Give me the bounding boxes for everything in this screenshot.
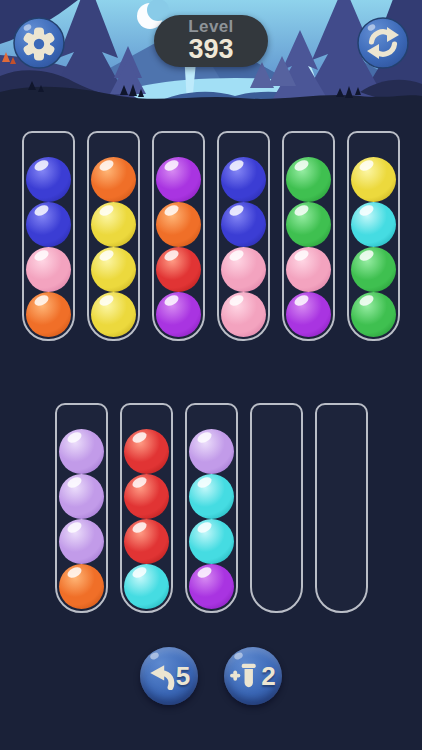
ball-blue (26, 157, 71, 202)
ball-yellow (351, 157, 396, 202)
ball-purple (189, 564, 234, 609)
tube-3[interactable] (152, 131, 205, 341)
ball-red (124, 519, 169, 564)
ball-lavender (59, 519, 104, 564)
ball-lavender (189, 429, 234, 474)
ball-pink (26, 247, 71, 292)
ball-red (124, 429, 169, 474)
ball-red (124, 474, 169, 519)
ball-blue (26, 202, 71, 247)
level-label: Level (188, 18, 233, 35)
ball-cyan (124, 564, 169, 609)
tube-row-bottom (0, 403, 422, 613)
ball-cyan (189, 474, 234, 519)
ball-orange (26, 292, 71, 337)
ball-purple (156, 157, 201, 202)
ball-pink (221, 247, 266, 292)
ball-lavender (59, 474, 104, 519)
ball-purple (156, 292, 201, 337)
ball-green (286, 157, 331, 202)
undo-count: 5 (176, 663, 190, 689)
ball-pink (221, 292, 266, 337)
add-tube-icon (230, 662, 260, 690)
ball-orange (156, 202, 201, 247)
restart-icon (357, 17, 409, 69)
add-tube-count: 2 (261, 663, 275, 689)
level-number: 393 (188, 35, 233, 63)
ball-yellow (91, 247, 136, 292)
ball-purple (286, 292, 331, 337)
tube-5[interactable] (282, 131, 335, 341)
tube-row-top (0, 131, 422, 341)
tube-10[interactable] (250, 403, 303, 613)
game-screen: Level 393 (0, 0, 422, 750)
ball-orange (59, 564, 104, 609)
ball-green (351, 292, 396, 337)
undo-arrow-icon (148, 663, 175, 690)
ball-blue (221, 157, 266, 202)
ball-lavender (59, 429, 104, 474)
ball-pink (286, 247, 331, 292)
ball-yellow (91, 292, 136, 337)
tube-1[interactable] (22, 131, 75, 341)
ball-green (286, 202, 331, 247)
header: Level 393 (0, 0, 422, 112)
ball-cyan (189, 519, 234, 564)
ball-green (351, 247, 396, 292)
tube-8[interactable] (120, 403, 173, 613)
restart-button[interactable] (357, 17, 409, 69)
ball-orange (91, 157, 136, 202)
tube-11[interactable] (315, 403, 368, 613)
ball-yellow (91, 202, 136, 247)
toolbar: 5 2 (0, 647, 422, 705)
settings-button[interactable] (13, 17, 65, 69)
tube-7[interactable] (55, 403, 108, 613)
tube-2[interactable] (87, 131, 140, 341)
undo-button[interactable]: 5 (140, 647, 198, 705)
add-tube-button[interactable]: 2 (224, 647, 282, 705)
tube-4[interactable] (217, 131, 270, 341)
tube-9[interactable] (185, 403, 238, 613)
ball-red (156, 247, 201, 292)
ball-cyan (351, 202, 396, 247)
tube-6[interactable] (347, 131, 400, 341)
level-badge: Level 393 (154, 15, 268, 67)
gear-icon (13, 17, 65, 69)
ball-blue (221, 202, 266, 247)
